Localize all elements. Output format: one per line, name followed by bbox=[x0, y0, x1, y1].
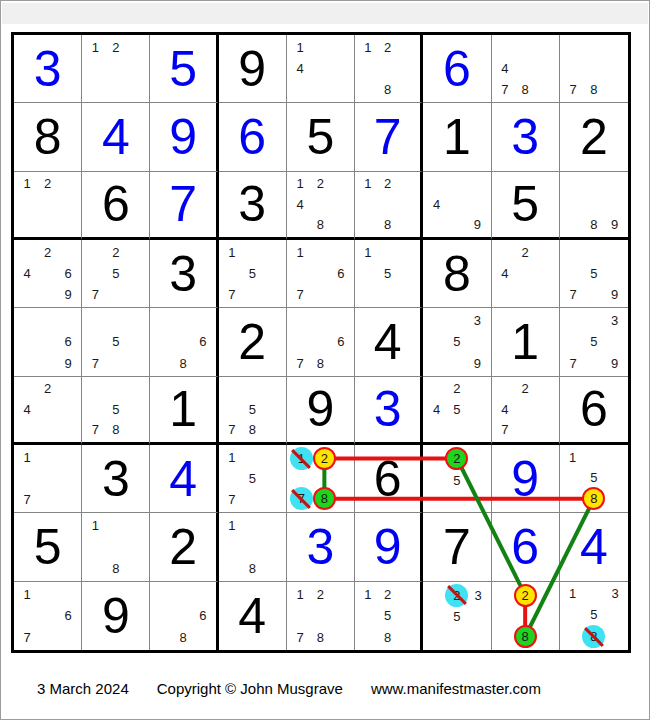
pencil-marks: 1248 bbox=[290, 174, 351, 235]
candidate-8: 8 bbox=[317, 218, 324, 231]
candidate-7: 7 bbox=[501, 83, 508, 96]
cell-r3c2[interactable]: 6 bbox=[82, 172, 150, 240]
pencil-marks: 24 bbox=[495, 242, 556, 305]
footer-copyright: Copyright © John Musgrave bbox=[157, 680, 343, 697]
cell-value: 5 bbox=[14, 513, 81, 580]
candidate-2: 2 bbox=[445, 447, 468, 470]
pencil-marks: 3579 bbox=[563, 310, 625, 373]
cell-r2c8[interactable]: 3 bbox=[492, 103, 560, 171]
candidate-1: 1 bbox=[364, 41, 371, 54]
candidate-7: 7 bbox=[296, 631, 303, 644]
candidate-5: 5 bbox=[453, 335, 460, 348]
candidate-4: 4 bbox=[296, 198, 303, 211]
candidate-7: 7 bbox=[290, 487, 313, 510]
candidate-5: 5 bbox=[112, 403, 119, 416]
cell-value: 8 bbox=[423, 240, 490, 307]
cell-r8c2[interactable]: 18 bbox=[82, 513, 150, 581]
candidate-2: 2 bbox=[44, 382, 51, 395]
footer: 3 March 2024 Copyright © John Musgrave w… bbox=[37, 680, 541, 697]
candidate-2: 2 bbox=[44, 246, 51, 259]
cell-r2c9[interactable]: 2 bbox=[560, 103, 628, 171]
candidate-7: 7 bbox=[92, 423, 99, 436]
pencil-marks: 12 bbox=[85, 37, 146, 100]
candidate-6: 6 bbox=[64, 609, 71, 622]
candidate-6: 6 bbox=[337, 267, 344, 280]
pencil-marks: 28 bbox=[495, 584, 556, 648]
candidate-6: 6 bbox=[199, 609, 206, 622]
candidate-4: 4 bbox=[501, 403, 508, 416]
cell-r2c4[interactable]: 6 bbox=[219, 103, 287, 171]
candidate-5: 5 bbox=[249, 403, 256, 416]
pencil-marks: 14 bbox=[290, 37, 351, 100]
cell-value: 5 bbox=[492, 172, 559, 237]
candidate-8: 8 bbox=[249, 562, 256, 575]
cell-r3c9[interactable]: 89 bbox=[560, 172, 628, 240]
pencil-marks: 2469 bbox=[17, 242, 78, 305]
pencil-marks: 49 bbox=[426, 174, 487, 235]
cell-value: 9 bbox=[150, 103, 215, 170]
candidate-9: 9 bbox=[611, 357, 618, 370]
pencil-marks: 167 bbox=[290, 242, 351, 305]
candidate-7: 7 bbox=[228, 288, 235, 301]
candidate-7: 7 bbox=[228, 493, 235, 506]
cell-r8c5[interactable]: 3 bbox=[287, 513, 355, 581]
candidate-1: 1 bbox=[569, 451, 576, 464]
candidate-4: 4 bbox=[296, 62, 303, 75]
pencil-marks: 69 bbox=[17, 310, 78, 373]
pencil-marks: 89 bbox=[563, 174, 625, 235]
cell-value: 2 bbox=[560, 103, 628, 170]
candidate-4: 4 bbox=[433, 198, 440, 211]
cell-value: 6 bbox=[82, 172, 149, 237]
candidate-7: 7 bbox=[296, 288, 303, 301]
candidate-5: 5 bbox=[590, 267, 597, 280]
cells: 3125914128647878849657132126731248128495… bbox=[14, 35, 628, 650]
pencil-marks: 157 bbox=[222, 447, 283, 510]
candidate-7: 7 bbox=[501, 423, 508, 436]
candidate-1: 1 bbox=[296, 246, 303, 259]
cell-r4c1[interactable]: 2469 bbox=[14, 240, 82, 308]
cell-value: 6 bbox=[355, 445, 420, 512]
candidate-8: 8 bbox=[384, 631, 391, 644]
cell-r9c2[interactable]: 9 bbox=[82, 582, 150, 650]
candidate-1: 1 bbox=[290, 447, 313, 470]
candidate-8: 8 bbox=[522, 83, 529, 96]
cell-value: 9 bbox=[287, 377, 354, 442]
pencil-marks: 678 bbox=[290, 310, 351, 373]
pencil-marks: 68 bbox=[153, 310, 212, 373]
candidate-7: 7 bbox=[570, 357, 577, 370]
cell-value: 3 bbox=[219, 172, 286, 237]
candidate-2: 2 bbox=[522, 382, 529, 395]
pencil-marks: 12 bbox=[17, 174, 78, 235]
pencil-marks: 128 bbox=[358, 174, 417, 235]
candidate-2: 2 bbox=[112, 246, 119, 259]
cell-r9c3[interactable]: 68 bbox=[150, 582, 218, 650]
candidate-5: 5 bbox=[384, 267, 391, 280]
cell-value: 6 bbox=[560, 377, 628, 442]
candidate-4: 4 bbox=[501, 62, 508, 75]
candidate-5: 5 bbox=[590, 335, 597, 348]
candidate-2: 2 bbox=[317, 177, 324, 190]
candidate-2: 2 bbox=[384, 41, 391, 54]
cell-r3c3[interactable]: 7 bbox=[150, 172, 218, 240]
cell-r1c1[interactable]: 3 bbox=[14, 35, 82, 103]
cell-r6c5[interactable]: 9 bbox=[287, 377, 355, 445]
candidate-1: 1 bbox=[296, 177, 303, 190]
cell-value: 7 bbox=[423, 513, 490, 580]
footer-website: www.manifestmaster.com bbox=[371, 680, 541, 697]
candidate-8: 8 bbox=[249, 423, 256, 436]
candidate-8: 8 bbox=[179, 631, 186, 644]
pencil-marks: 158 bbox=[563, 447, 625, 510]
cell-value: 7 bbox=[150, 172, 215, 237]
candidate-1: 1 bbox=[364, 246, 371, 259]
cell-value: 5 bbox=[287, 103, 354, 170]
cell-r4c4[interactable]: 157 bbox=[219, 240, 287, 308]
candidate-6: 6 bbox=[199, 335, 206, 348]
cell-r3c1[interactable]: 12 bbox=[14, 172, 82, 240]
candidate-2: 2 bbox=[313, 447, 336, 470]
candidate-1: 1 bbox=[228, 451, 235, 464]
cell-r1c6[interactable]: 128 bbox=[355, 35, 423, 103]
cell-value: 1 bbox=[423, 103, 490, 170]
candidate-8: 8 bbox=[112, 423, 119, 436]
cell-r2c2[interactable]: 4 bbox=[82, 103, 150, 171]
candidate-8: 8 bbox=[112, 562, 119, 575]
candidate-8: 8 bbox=[590, 218, 597, 231]
candidate-4: 4 bbox=[501, 267, 508, 280]
cell-r4c2[interactable]: 257 bbox=[82, 240, 150, 308]
candidate-8: 8 bbox=[179, 357, 186, 370]
candidate-7: 7 bbox=[570, 288, 577, 301]
cell-r3c7[interactable]: 49 bbox=[423, 172, 491, 240]
candidate-7: 7 bbox=[24, 493, 31, 506]
cell-r9c4[interactable]: 4 bbox=[219, 582, 287, 650]
candidate-8: 8 bbox=[384, 83, 391, 96]
candidate-2: 2 bbox=[112, 41, 119, 54]
candidate-1: 1 bbox=[24, 588, 31, 601]
cell-value: 5 bbox=[150, 35, 215, 102]
cell-value: 6 bbox=[423, 35, 490, 102]
cell-r9c5[interactable]: 1278 bbox=[287, 582, 355, 650]
cell-value: 3 bbox=[287, 513, 354, 580]
candidate-1: 1 bbox=[92, 41, 99, 54]
candidate-9: 9 bbox=[474, 357, 481, 370]
candidate-7: 7 bbox=[570, 83, 577, 96]
candidate-1: 1 bbox=[296, 588, 303, 601]
cell-r2c5[interactable]: 5 bbox=[287, 103, 355, 171]
top-strip bbox=[2, 3, 648, 24]
candidate-4: 4 bbox=[24, 267, 31, 280]
cell-value: 9 bbox=[492, 445, 559, 512]
pencil-marks: 18 bbox=[222, 515, 283, 578]
cell-r7c9[interactable]: 158 bbox=[560, 445, 628, 513]
cell-r7c3[interactable]: 4 bbox=[150, 445, 218, 513]
cell-r6c1[interactable]: 24 bbox=[14, 377, 82, 445]
cell-value: 6 bbox=[219, 103, 286, 170]
cell-r7c4[interactable]: 157 bbox=[219, 445, 287, 513]
cell-r4c9[interactable]: 579 bbox=[560, 240, 628, 308]
candidate-9: 9 bbox=[64, 288, 71, 301]
pencil-marks: 68 bbox=[153, 584, 212, 648]
candidate-2: 2 bbox=[522, 246, 529, 259]
cell-r2c6[interactable]: 7 bbox=[355, 103, 423, 171]
candidate-5: 5 bbox=[453, 610, 460, 623]
footer-date: 3 March 2024 bbox=[37, 680, 129, 697]
candidate-8: 8 bbox=[582, 487, 605, 510]
cell-r7c6[interactable]: 6 bbox=[355, 445, 423, 513]
candidate-3: 3 bbox=[474, 589, 481, 602]
cell-r8c6[interactable]: 9 bbox=[355, 513, 423, 581]
cell-value: 1 bbox=[150, 377, 215, 442]
cell-r2c7[interactable]: 1 bbox=[423, 103, 491, 171]
pencil-marks: 128 bbox=[358, 37, 417, 100]
cell-value: 3 bbox=[150, 240, 215, 307]
cell-r8c3[interactable]: 2 bbox=[150, 513, 218, 581]
candidate-5: 5 bbox=[590, 471, 597, 484]
cell-r8c9[interactable]: 4 bbox=[560, 513, 628, 581]
candidate-9: 9 bbox=[611, 218, 618, 231]
cell-r5c2[interactable]: 57 bbox=[82, 308, 150, 376]
candidate-2: 2 bbox=[514, 584, 537, 607]
cell-value: 4 bbox=[82, 103, 149, 170]
cell-value: 3 bbox=[82, 445, 149, 512]
cell-r5c7[interactable]: 359 bbox=[423, 308, 491, 376]
candidate-5: 5 bbox=[453, 403, 460, 416]
cell-value: 4 bbox=[150, 445, 215, 512]
pencil-marks: 18 bbox=[85, 515, 146, 578]
pencil-marks: 17 bbox=[17, 447, 78, 510]
cell-r3c6[interactable]: 128 bbox=[355, 172, 423, 240]
cell-r7c7[interactable]: 25 bbox=[423, 445, 491, 513]
cell-r1c7[interactable]: 6 bbox=[423, 35, 491, 103]
cell-r6c8[interactable]: 247 bbox=[492, 377, 560, 445]
cell-r9c8[interactable]: 28 bbox=[492, 582, 560, 650]
cell-r4c8[interactable]: 24 bbox=[492, 240, 560, 308]
cell-r5c4[interactable]: 2 bbox=[219, 308, 287, 376]
candidate-7: 7 bbox=[228, 423, 235, 436]
candidate-9: 9 bbox=[474, 218, 481, 231]
cell-value: 6 bbox=[492, 513, 559, 580]
cell-r6c7[interactable]: 245 bbox=[423, 377, 491, 445]
cell-r4c7[interactable]: 8 bbox=[423, 240, 491, 308]
cell-r2c3[interactable]: 9 bbox=[150, 103, 218, 171]
candidate-1: 1 bbox=[92, 519, 99, 532]
cell-value: 1 bbox=[492, 308, 559, 375]
candidate-8: 8 bbox=[514, 625, 537, 648]
pencil-marks: 1278 bbox=[290, 584, 351, 648]
cell-r1c2[interactable]: 12 bbox=[82, 35, 150, 103]
cell-r8c1[interactable]: 5 bbox=[14, 513, 82, 581]
pencil-marks: 157 bbox=[222, 242, 283, 305]
candidate-3: 3 bbox=[474, 314, 481, 327]
candidate-2: 2 bbox=[384, 588, 391, 601]
cell-r6c6[interactable]: 3 bbox=[355, 377, 423, 445]
pencil-marks: 24 bbox=[17, 379, 78, 440]
cell-value: 4 bbox=[355, 308, 420, 375]
candidate-1: 1 bbox=[228, 246, 235, 259]
candidate-8: 8 bbox=[317, 631, 324, 644]
candidate-8: 8 bbox=[317, 357, 324, 370]
candidate-7: 7 bbox=[92, 288, 99, 301]
cell-r1c9[interactable]: 78 bbox=[560, 35, 628, 103]
cell-value: 9 bbox=[355, 513, 420, 580]
cell-value: 3 bbox=[492, 103, 559, 170]
cell-value: 2 bbox=[150, 513, 215, 580]
candidate-2: 2 bbox=[317, 588, 324, 601]
candidate-5: 5 bbox=[249, 472, 256, 485]
cell-r1c3[interactable]: 5 bbox=[150, 35, 218, 103]
cell-r8c8[interactable]: 6 bbox=[492, 513, 560, 581]
candidate-7: 7 bbox=[92, 357, 99, 370]
cell-r7c2[interactable]: 3 bbox=[82, 445, 150, 513]
candidate-8: 8 bbox=[582, 625, 605, 648]
cell-r7c5[interactable]: 1278 bbox=[287, 445, 355, 513]
cell-r5c6[interactable]: 4 bbox=[355, 308, 423, 376]
cell-r3c5[interactable]: 1248 bbox=[287, 172, 355, 240]
pencil-marks: 235 bbox=[426, 584, 487, 648]
cell-r4c6[interactable]: 15 bbox=[355, 240, 423, 308]
cell-r5c8[interactable]: 1 bbox=[492, 308, 560, 376]
cell-r5c9[interactable]: 3579 bbox=[560, 308, 628, 376]
candidate-8: 8 bbox=[590, 83, 597, 96]
candidate-3: 3 bbox=[612, 587, 619, 600]
candidate-6: 6 bbox=[337, 335, 344, 348]
candidate-1: 1 bbox=[24, 451, 31, 464]
cell-r1c8[interactable]: 478 bbox=[492, 35, 560, 103]
candidate-2: 2 bbox=[453, 382, 460, 395]
cell-value: 4 bbox=[560, 513, 628, 580]
candidate-5: 5 bbox=[384, 609, 391, 622]
cell-r8c4[interactable]: 18 bbox=[219, 513, 287, 581]
candidate-5: 5 bbox=[249, 267, 256, 280]
pencil-marks: 25 bbox=[426, 447, 487, 510]
pencil-marks: 578 bbox=[222, 379, 283, 440]
candidate-9: 9 bbox=[611, 288, 618, 301]
pencil-marks: 578 bbox=[85, 379, 146, 440]
candidate-1: 1 bbox=[228, 519, 235, 532]
candidate-1: 1 bbox=[364, 177, 371, 190]
sudoku-board: 3125914128647878849657132126731248128495… bbox=[11, 32, 631, 653]
cell-value: 7 bbox=[355, 103, 420, 170]
cell-value: 3 bbox=[355, 377, 420, 442]
cell-value: 3 bbox=[14, 35, 81, 102]
candidate-2: 2 bbox=[384, 177, 391, 190]
candidate-6: 6 bbox=[64, 267, 71, 280]
candidate-6: 6 bbox=[64, 335, 71, 348]
cell-r8c7[interactable]: 7 bbox=[423, 513, 491, 581]
cell-r5c1[interactable]: 69 bbox=[14, 308, 82, 376]
candidate-9: 9 bbox=[64, 357, 71, 370]
cell-r4c5[interactable]: 167 bbox=[287, 240, 355, 308]
candidate-5: 5 bbox=[112, 267, 119, 280]
cell-r4c3[interactable]: 3 bbox=[150, 240, 218, 308]
candidate-7: 7 bbox=[24, 631, 31, 644]
cell-r9c1[interactable]: 167 bbox=[14, 582, 82, 650]
cell-r6c9[interactable]: 6 bbox=[560, 377, 628, 445]
cell-value: 8 bbox=[14, 103, 81, 170]
pencil-marks: 78 bbox=[563, 37, 625, 100]
candidate-7: 7 bbox=[296, 357, 303, 370]
candidate-5: 5 bbox=[453, 474, 460, 487]
candidate-2: 2 bbox=[445, 584, 468, 607]
candidate-1: 1 bbox=[296, 41, 303, 54]
candidate-8: 8 bbox=[313, 487, 336, 510]
pencil-marks: 1278 bbox=[290, 447, 351, 510]
cell-r3c8[interactable]: 5 bbox=[492, 172, 560, 240]
candidate-3: 3 bbox=[611, 314, 618, 327]
cell-r6c3[interactable]: 1 bbox=[150, 377, 218, 445]
candidate-1: 1 bbox=[569, 587, 576, 600]
pencil-marks: 247 bbox=[495, 379, 556, 440]
page: 3125914128647878849657132126731248128495… bbox=[0, 0, 650, 720]
candidate-4: 4 bbox=[433, 403, 440, 416]
pencil-marks: 245 bbox=[426, 379, 487, 440]
candidate-5: 5 bbox=[590, 608, 597, 621]
candidate-4: 4 bbox=[24, 403, 31, 416]
cell-r7c8[interactable]: 9 bbox=[492, 445, 560, 513]
candidate-5: 5 bbox=[112, 335, 119, 348]
cell-r9c7[interactable]: 235 bbox=[423, 582, 491, 650]
cell-r6c2[interactable]: 578 bbox=[82, 377, 150, 445]
cell-r2c1[interactable]: 8 bbox=[14, 103, 82, 171]
cell-r9c6[interactable]: 1258 bbox=[355, 582, 423, 650]
pencil-marks: 15 bbox=[358, 242, 417, 305]
pencil-marks: 57 bbox=[85, 310, 146, 373]
cell-r7c1[interactable]: 17 bbox=[14, 445, 82, 513]
candidate-1: 1 bbox=[24, 177, 31, 190]
pencil-marks: 1358 bbox=[563, 584, 625, 648]
candidate-1: 1 bbox=[364, 588, 371, 601]
pencil-marks: 579 bbox=[563, 242, 625, 305]
pencil-marks: 257 bbox=[85, 242, 146, 305]
cell-r6c4[interactable]: 578 bbox=[219, 377, 287, 445]
pencil-marks: 167 bbox=[17, 584, 78, 648]
cell-value: 4 bbox=[219, 582, 286, 650]
cell-value: 9 bbox=[82, 582, 149, 650]
cell-r5c5[interactable]: 678 bbox=[287, 308, 355, 376]
cell-r9c9[interactable]: 1358 bbox=[560, 582, 628, 650]
candidate-2: 2 bbox=[44, 177, 51, 190]
cell-value: 9 bbox=[219, 35, 286, 102]
pencil-marks: 478 bbox=[495, 37, 556, 100]
cell-r3c4[interactable]: 3 bbox=[219, 172, 287, 240]
candidate-8: 8 bbox=[384, 218, 391, 231]
cell-r1c4[interactable]: 9 bbox=[219, 35, 287, 103]
cell-r1c5[interactable]: 14 bbox=[287, 35, 355, 103]
pencil-marks: 359 bbox=[426, 310, 487, 373]
cell-value: 2 bbox=[219, 308, 286, 375]
cell-r5c3[interactable]: 68 bbox=[150, 308, 218, 376]
pencil-marks: 1258 bbox=[358, 584, 417, 648]
